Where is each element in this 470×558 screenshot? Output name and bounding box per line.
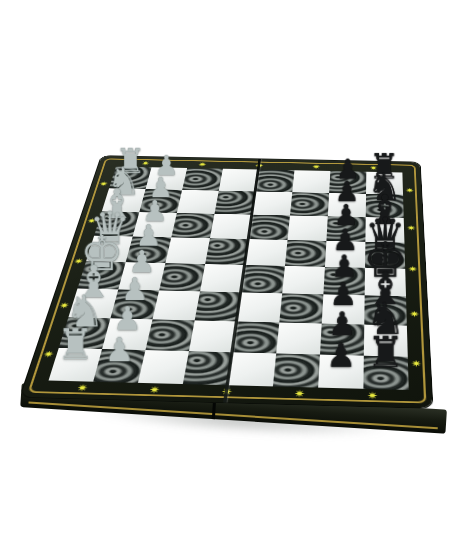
- square-b3[interactable]: [177, 190, 219, 214]
- square-b6[interactable]: [290, 192, 329, 216]
- square-a7[interactable]: [329, 171, 366, 194]
- chess-board: ♜♞♝♛♚♝♞♜♟♟♟♟♟♟♟♟♟♟♟♟♟♟♟♟♜♞♝♛♚♝♞♜: [20, 156, 432, 408]
- square-d5[interactable]: [245, 239, 288, 266]
- square-b4[interactable]: [214, 191, 255, 215]
- square-c6[interactable]: [288, 215, 328, 240]
- perspective-wrapper: ♜♞♝♛♚♝♞♜♟♟♟♟♟♟♟♟♟♟♟♟♟♟♟♟♜♞♝♛♚♝♞♜: [0, 0, 470, 558]
- square-b7[interactable]: [328, 193, 366, 217]
- square-d3[interactable]: [165, 237, 210, 264]
- square-a8[interactable]: [366, 172, 403, 195]
- product-photo-scene: ♜♞♝♛♚♝♞♜♟♟♟♟♟♟♟♟♟♟♟♟♟♟♟♟♜♞♝♛♚♝♞♜: [0, 0, 470, 558]
- square-c2[interactable]: [133, 212, 177, 237]
- square-a1[interactable]: [109, 167, 151, 190]
- square-c5[interactable]: [249, 215, 290, 240]
- square-b5[interactable]: [252, 191, 292, 215]
- piece-black-pawn-h7[interactable]: ♟: [319, 327, 364, 372]
- square-b2[interactable]: [139, 189, 182, 213]
- piece-white-rook-h1[interactable]: ♜: [54, 320, 98, 364]
- square-a4[interactable]: [219, 169, 259, 192]
- square-b8[interactable]: [366, 194, 404, 218]
- square-c7[interactable]: [326, 216, 365, 241]
- square-a2[interactable]: [146, 167, 188, 190]
- square-d6[interactable]: [285, 240, 326, 267]
- piece-white-pawn-h2[interactable]: ♟: [98, 321, 142, 365]
- square-d4[interactable]: [205, 238, 249, 265]
- square-c4[interactable]: [210, 214, 252, 239]
- piece-black-rook-h8[interactable]: ♜: [364, 328, 409, 373]
- square-a6[interactable]: [292, 170, 330, 193]
- square-c3[interactable]: [171, 213, 214, 238]
- square-b1[interactable]: [102, 188, 146, 212]
- square-a5[interactable]: [256, 170, 295, 193]
- square-a3[interactable]: [182, 168, 223, 191]
